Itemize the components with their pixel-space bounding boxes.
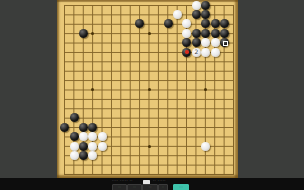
stone-black xyxy=(201,1,210,10)
bar-button-3[interactable]: ··· xyxy=(142,184,158,190)
stone-black xyxy=(192,10,201,19)
move-info-text-left: ···· ····· ·· xyxy=(112,179,133,183)
stone-white xyxy=(201,48,210,57)
stone-black xyxy=(182,48,191,57)
primary-action-button[interactable]: ···· xyxy=(173,184,189,190)
move-info-text-right: ·· ····· xyxy=(153,179,166,183)
stone-white xyxy=(211,48,220,57)
stone-white xyxy=(192,1,201,10)
stone-white xyxy=(98,132,107,141)
stone-white: 2 xyxy=(192,48,201,57)
right-letterbox-panel xyxy=(238,0,304,178)
bar-button-2[interactable]: ··· xyxy=(127,184,142,190)
stone-black xyxy=(211,19,220,28)
star-point xyxy=(148,145,151,148)
stone-black xyxy=(79,123,88,132)
stone-black xyxy=(201,29,210,38)
move-number-label: 2 xyxy=(192,48,201,56)
stone-black xyxy=(164,19,173,28)
go-board[interactable]: 2 xyxy=(57,0,238,178)
stone-black xyxy=(79,29,88,38)
stone-white xyxy=(70,151,79,160)
stone-black xyxy=(70,132,79,141)
stone-black xyxy=(192,29,201,38)
stone-black xyxy=(220,29,229,38)
stone-white xyxy=(173,10,182,19)
bar-button-1[interactable]: ··· xyxy=(112,184,127,190)
stone-white xyxy=(201,142,210,151)
stone-white xyxy=(98,142,107,151)
stone-black xyxy=(60,123,69,132)
red-dot-marker xyxy=(185,50,188,53)
stone-black xyxy=(79,151,88,160)
screenshot-stage: 2 ···· ····· ·· ·· ····· ··· ··· ··· ·· … xyxy=(0,0,304,190)
left-letterbox-panel xyxy=(0,0,57,178)
star-point xyxy=(148,88,151,91)
bottom-control-bar: ···· ····· ·· ·· ····· ··· ··· ··· ·· ··… xyxy=(0,178,304,190)
stone-black xyxy=(211,29,220,38)
stone-black xyxy=(192,38,201,47)
bar-button-4[interactable]: ·· xyxy=(158,184,168,190)
star-point xyxy=(148,32,151,35)
stone-white xyxy=(70,142,79,151)
stone-white xyxy=(211,38,220,47)
stone-black xyxy=(79,142,88,151)
square-marker xyxy=(223,41,228,46)
move-counter-box xyxy=(143,180,150,184)
stone-black xyxy=(70,113,79,122)
stone-white xyxy=(88,142,97,151)
